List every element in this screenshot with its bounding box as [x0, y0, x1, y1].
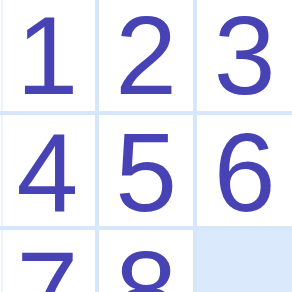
tile-7[interactable]: 7: [0, 230, 95, 292]
tile-2[interactable]: 2: [99, 0, 194, 111]
tile-1[interactable]: 1: [0, 0, 95, 111]
tile-7-number: 7: [16, 236, 78, 292]
tile-1-number: 1: [16, 1, 78, 112]
tile-6[interactable]: 6: [197, 115, 292, 226]
tile-3-number: 3: [214, 1, 276, 112]
tile-6-number: 6: [214, 118, 276, 229]
puzzle-board: 1 2 3 4 5 6 7 8: [0, 0, 292, 292]
tile-4[interactable]: 4: [0, 115, 95, 226]
tile-8[interactable]: 8: [99, 230, 194, 292]
tile-8-number: 8: [115, 236, 177, 292]
tile-5[interactable]: 5: [99, 115, 194, 226]
empty-cell: [197, 230, 292, 292]
tile-5-number: 5: [115, 118, 177, 229]
tile-4-number: 4: [16, 118, 78, 229]
tile-3[interactable]: 3: [197, 0, 292, 111]
tile-2-number: 2: [115, 1, 177, 112]
